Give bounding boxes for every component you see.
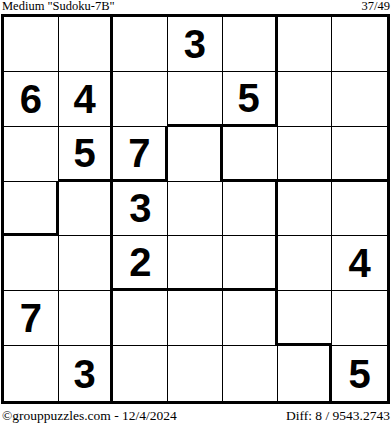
cell-r5c6[interactable] [278, 236, 333, 291]
cell-r5c2[interactable] [59, 236, 114, 291]
cell-r4c2[interactable] [59, 182, 114, 237]
cell-r7c5[interactable] [223, 346, 278, 401]
cell-r1c5[interactable] [223, 17, 278, 72]
cell-r2c5-given[interactable]: 5 [223, 72, 278, 127]
header: Medium "Sudoku-7B" 37/49 [2, 0, 390, 13]
progress-counter: 37/49 [362, 0, 390, 13]
cell-r6c4[interactable] [168, 291, 223, 346]
cell-r2c6[interactable] [278, 72, 333, 127]
cell-r3c4[interactable] [168, 127, 223, 182]
cell-r3c2-given[interactable]: 5 [59, 127, 114, 182]
cell-r5c3-given[interactable]: 2 [113, 236, 168, 291]
cell-r1c3[interactable] [113, 17, 168, 72]
cell-r7c6[interactable] [278, 346, 333, 401]
cell-r4c1[interactable] [4, 182, 59, 237]
cell-r7c2-given[interactable]: 3 [59, 346, 114, 401]
sudoku-board: 364557324735 [1, 14, 390, 404]
cell-r1c4-given[interactable]: 3 [168, 17, 223, 72]
cell-r2c7[interactable] [332, 72, 387, 127]
cell-r4c4[interactable] [168, 182, 223, 237]
cell-r3c7[interactable] [332, 127, 387, 182]
cell-r7c4[interactable] [168, 346, 223, 401]
cell-r5c4[interactable] [168, 236, 223, 291]
footer-copyright: ©grouppuzzles.com - 12/4/2024 [2, 408, 177, 424]
cell-r3c1[interactable] [4, 127, 59, 182]
cell-r4c7[interactable] [332, 182, 387, 237]
cell-r2c1-given[interactable]: 6 [4, 72, 59, 127]
cell-r1c1[interactable] [4, 17, 59, 72]
cell-r7c3[interactable] [113, 346, 168, 401]
cell-r1c7[interactable] [332, 17, 387, 72]
cell-r2c3[interactable] [113, 72, 168, 127]
cell-r6c1-given[interactable]: 7 [4, 291, 59, 346]
cell-r6c7[interactable] [332, 291, 387, 346]
cell-r7c7-given[interactable]: 5 [332, 346, 387, 401]
cell-r2c4[interactable] [168, 72, 223, 127]
page: Medium "Sudoku-7B" 37/49 364557324735 ©g… [0, 0, 391, 426]
page-title: Medium "Sudoku-7B" [2, 0, 115, 13]
cell-r3c5[interactable] [223, 127, 278, 182]
cell-r1c6[interactable] [278, 17, 333, 72]
cell-r7c1[interactable] [4, 346, 59, 401]
cell-r6c5[interactable] [223, 291, 278, 346]
cell-r4c6[interactable] [278, 182, 333, 237]
footer-difficulty: Diff: 8 / 9543.2743 [286, 408, 390, 424]
footer: ©grouppuzzles.com - 12/4/2024 Diff: 8 / … [2, 408, 390, 424]
cell-r4c3-given[interactable]: 3 [113, 182, 168, 237]
cell-r3c6[interactable] [278, 127, 333, 182]
cell-r5c5[interactable] [223, 236, 278, 291]
cell-r5c7-given[interactable]: 4 [332, 236, 387, 291]
cell-r1c2[interactable] [59, 17, 114, 72]
cell-r6c3[interactable] [113, 291, 168, 346]
cell-r3c3-given[interactable]: 7 [113, 127, 168, 182]
cell-r6c2[interactable] [59, 291, 114, 346]
cell-r4c5[interactable] [223, 182, 278, 237]
cell-r2c2-given[interactable]: 4 [59, 72, 114, 127]
cell-r5c1[interactable] [4, 236, 59, 291]
cell-r6c6[interactable] [278, 291, 333, 346]
